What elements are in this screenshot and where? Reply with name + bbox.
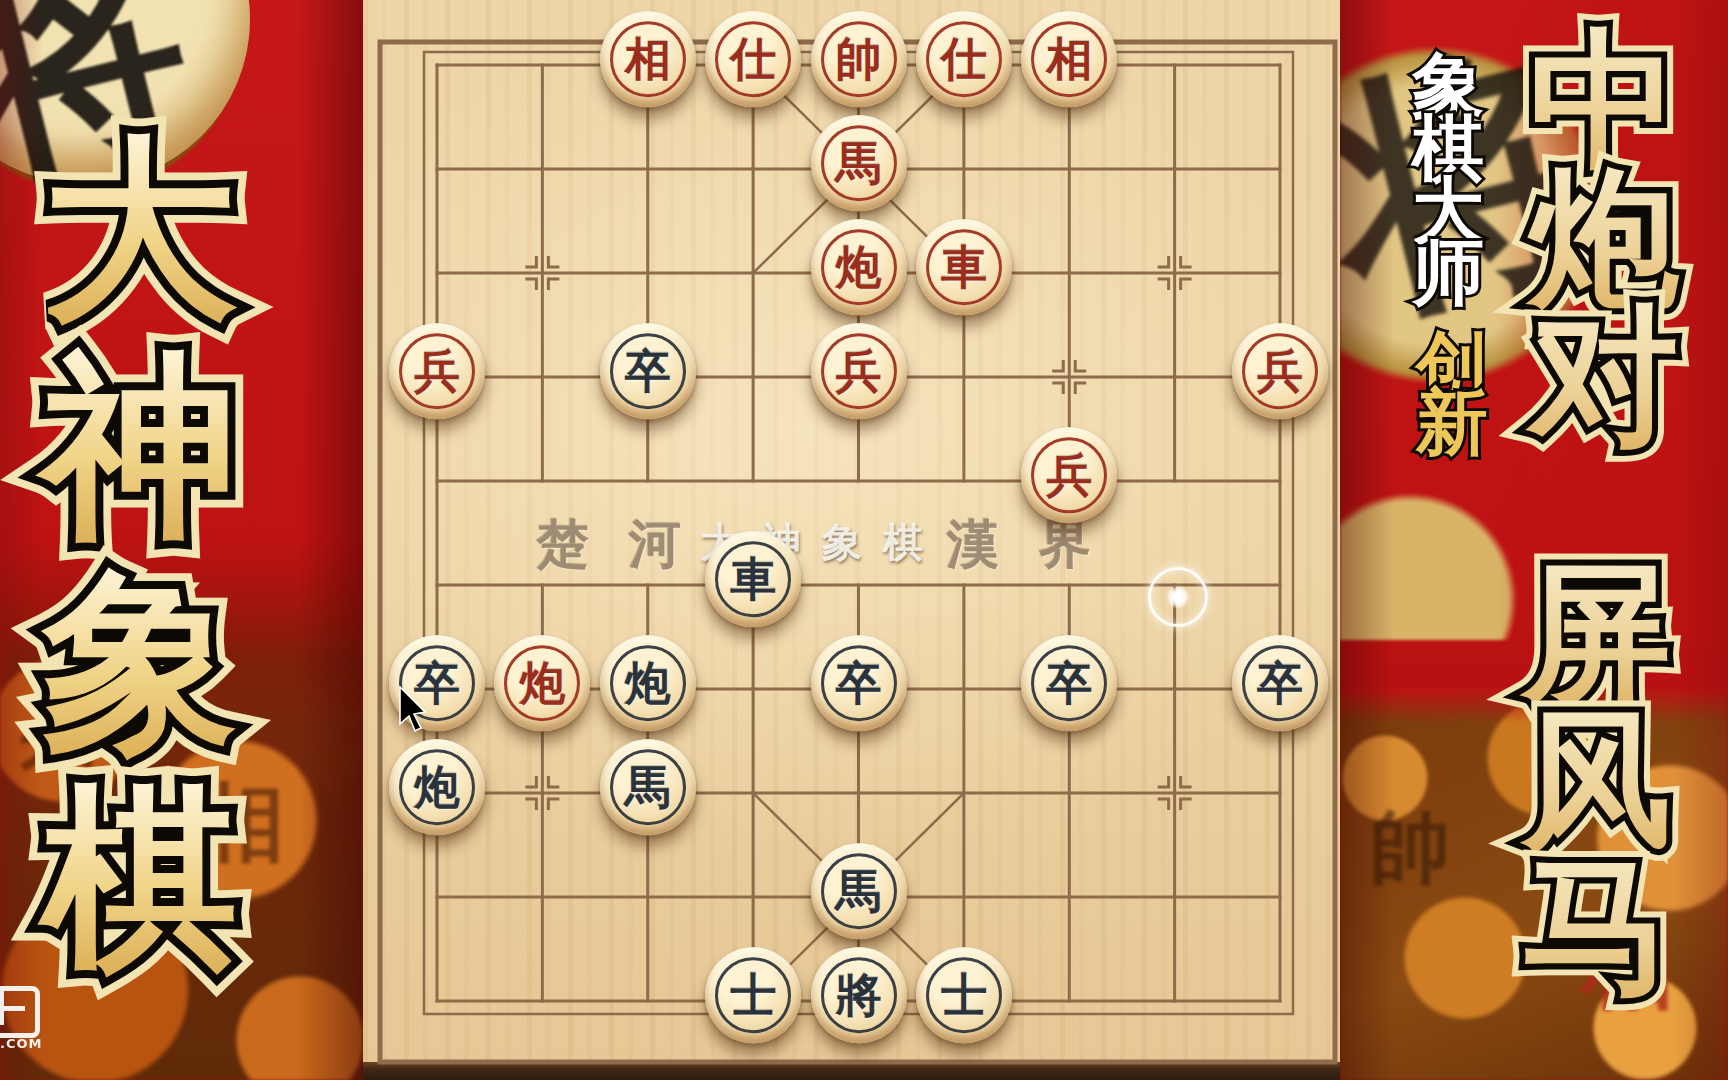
selection-highlight-ring: [1148, 567, 1208, 627]
site-logo: .COM: [0, 986, 60, 1056]
screenshot-stage: 楚河 漢界 大神象棋 相仕帥仕相馬炮車兵卒兵兵兵車卒炮炮卒卒卒炮馬馬士將士 将 …: [0, 0, 1728, 1080]
site-logo-text: .COM: [0, 1036, 42, 1051]
svg-text:对: 对: [1525, 289, 1679, 463]
svg-text:大: 大: [42, 116, 238, 344]
svg-text:马: 马: [1521, 839, 1671, 1013]
svg-text:棋: 棋: [37, 764, 238, 992]
svg-text:师: 师: [1411, 230, 1484, 314]
svg-text:神: 神: [35, 332, 238, 560]
mouse-cursor-icon: [399, 686, 429, 734]
site-logo-glyph: [0, 986, 40, 1038]
banner-text-layer: 大大神神象象棋棋 象棋大师创新 中中炮炮对对屏屏风风马马: [0, 0, 1728, 1080]
svg-text:象: 象: [40, 548, 238, 776]
svg-text:新: 新: [1415, 380, 1488, 464]
